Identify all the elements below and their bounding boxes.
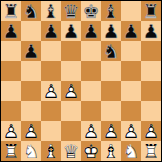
piece-fill: ♟ xyxy=(101,21,121,41)
white-bishop-icon[interactable]: ♝♗ xyxy=(101,141,121,161)
piece-outline: ♙ xyxy=(121,121,141,141)
white-pawn-icon[interactable]: ♟♙ xyxy=(61,81,81,101)
piece-fill: ♛ xyxy=(61,1,81,21)
square-a4[interactable] xyxy=(1,81,21,101)
piece-outline: ♖ xyxy=(141,141,161,161)
piece-fill: ♟ xyxy=(1,21,21,41)
square-a5[interactable] xyxy=(1,61,21,81)
piece-outline: ♙ xyxy=(1,121,21,141)
square-f2[interactable]: ♟♙ xyxy=(101,121,121,141)
square-d1[interactable]: ♛♕ xyxy=(61,141,81,161)
piece-fill: ♝ xyxy=(41,1,61,21)
square-a6[interactable] xyxy=(1,41,21,61)
white-pawn-icon[interactable]: ♟♙ xyxy=(41,81,61,101)
square-e8[interactable]: ♚ xyxy=(81,1,101,21)
piece-fill: ♟ xyxy=(81,21,101,41)
square-h6[interactable] xyxy=(141,41,161,61)
black-knight-icon[interactable]: ♞ xyxy=(101,41,121,61)
black-pawn-icon[interactable]: ♟ xyxy=(21,41,41,61)
square-g1[interactable]: ♞♘ xyxy=(121,141,141,161)
square-d6[interactable] xyxy=(61,41,81,61)
black-pawn-icon[interactable]: ♟ xyxy=(1,21,21,41)
square-e6[interactable] xyxy=(81,41,101,61)
black-rook-icon[interactable]: ♜ xyxy=(141,1,161,21)
white-rook-icon[interactable]: ♜♖ xyxy=(141,141,161,161)
black-bishop-icon[interactable]: ♝ xyxy=(101,1,121,21)
board-grid: ♜♞♝♛♚♝♜♟♟♟♟♟♟♟♟♞♟♙♟♙♟♙♟♙♟♙♟♙♟♙♟♙♜♖♞♘♝♗♛♕… xyxy=(1,1,161,161)
square-b6[interactable]: ♟ xyxy=(21,41,41,61)
piece-outline: ♙ xyxy=(21,121,41,141)
square-g8[interactable] xyxy=(121,1,141,21)
square-h2[interactable]: ♟♙ xyxy=(141,121,161,141)
square-b4[interactable] xyxy=(21,81,41,101)
square-g2[interactable]: ♟♙ xyxy=(121,121,141,141)
square-d5[interactable] xyxy=(61,61,81,81)
black-pawn-icon[interactable]: ♟ xyxy=(61,21,81,41)
square-h5[interactable] xyxy=(141,61,161,81)
piece-outline: ♕ xyxy=(61,141,81,161)
black-king-icon[interactable]: ♚ xyxy=(81,1,101,21)
white-pawn-icon[interactable]: ♟♙ xyxy=(81,121,101,141)
square-a3[interactable] xyxy=(1,101,21,121)
piece-fill: ♟ xyxy=(61,21,81,41)
square-e2[interactable]: ♟♙ xyxy=(81,121,101,141)
piece-fill: ♚ xyxy=(81,1,101,21)
piece-outline: ♙ xyxy=(101,121,121,141)
black-bishop-icon[interactable]: ♝ xyxy=(41,1,61,21)
square-g5[interactable] xyxy=(121,61,141,81)
white-pawn-icon[interactable]: ♟♙ xyxy=(121,121,141,141)
square-b2[interactable]: ♟♙ xyxy=(21,121,41,141)
square-e7[interactable]: ♟ xyxy=(81,21,101,41)
white-queen-icon[interactable]: ♛♕ xyxy=(61,141,81,161)
square-b7[interactable] xyxy=(21,21,41,41)
square-h8[interactable]: ♜ xyxy=(141,1,161,21)
piece-outline: ♗ xyxy=(101,141,121,161)
square-f8[interactable]: ♝ xyxy=(101,1,121,21)
square-d8[interactable]: ♛ xyxy=(61,1,81,21)
square-f3[interactable] xyxy=(101,101,121,121)
piece-fill: ♜ xyxy=(1,1,21,21)
square-d4[interactable]: ♟♙ xyxy=(61,81,81,101)
square-b5[interactable] xyxy=(21,61,41,81)
square-e3[interactable] xyxy=(81,101,101,121)
white-pawn-icon[interactable]: ♟♙ xyxy=(1,121,21,141)
piece-fill: ♝ xyxy=(101,1,121,21)
black-pawn-icon[interactable]: ♟ xyxy=(141,21,161,41)
black-knight-icon[interactable]: ♞ xyxy=(21,1,41,21)
piece-outline: ♘ xyxy=(21,141,41,161)
square-f5[interactable] xyxy=(101,61,121,81)
square-a2[interactable]: ♟♙ xyxy=(1,121,21,141)
white-pawn-icon[interactable]: ♟♙ xyxy=(21,121,41,141)
square-a7[interactable]: ♟ xyxy=(1,21,21,41)
square-g4[interactable] xyxy=(121,81,141,101)
square-c7[interactable]: ♟ xyxy=(41,21,61,41)
white-rook-icon[interactable]: ♜♖ xyxy=(1,141,21,161)
square-c3[interactable] xyxy=(41,101,61,121)
square-g7[interactable]: ♟ xyxy=(121,21,141,41)
square-b3[interactable] xyxy=(21,101,41,121)
square-h3[interactable] xyxy=(141,101,161,121)
square-g3[interactable] xyxy=(121,101,141,121)
square-c2[interactable] xyxy=(41,121,61,141)
black-queen-icon[interactable]: ♛ xyxy=(61,1,81,21)
white-knight-icon[interactable]: ♞♘ xyxy=(121,141,141,161)
white-bishop-icon[interactable]: ♝♗ xyxy=(41,141,61,161)
piece-outline: ♔ xyxy=(81,141,101,161)
piece-outline: ♙ xyxy=(61,81,81,101)
piece-outline: ♙ xyxy=(141,121,161,141)
square-f6[interactable]: ♞ xyxy=(101,41,121,61)
piece-fill: ♞ xyxy=(101,41,121,61)
piece-fill: ♟ xyxy=(41,21,61,41)
piece-outline: ♗ xyxy=(41,141,61,161)
white-knight-icon[interactable]: ♞♘ xyxy=(21,141,41,161)
piece-fill: ♟ xyxy=(121,21,141,41)
piece-outline: ♘ xyxy=(121,141,141,161)
black-pawn-icon[interactable]: ♟ xyxy=(101,21,121,41)
piece-fill: ♟ xyxy=(141,21,161,41)
black-pawn-icon[interactable]: ♟ xyxy=(81,21,101,41)
white-king-icon[interactable]: ♚♔ xyxy=(81,141,101,161)
square-a8[interactable]: ♜ xyxy=(1,1,21,21)
square-e4[interactable] xyxy=(81,81,101,101)
square-h4[interactable] xyxy=(141,81,161,101)
square-h1[interactable]: ♜♖ xyxy=(141,141,161,161)
square-c4[interactable]: ♟♙ xyxy=(41,81,61,101)
black-rook-icon[interactable]: ♜ xyxy=(1,1,21,21)
black-pawn-icon[interactable]: ♟ xyxy=(121,21,141,41)
piece-outline: ♙ xyxy=(81,121,101,141)
square-c8[interactable]: ♝ xyxy=(41,1,61,21)
piece-fill: ♞ xyxy=(21,1,41,21)
piece-outline: ♙ xyxy=(41,81,61,101)
square-c1[interactable]: ♝♗ xyxy=(41,141,61,161)
white-pawn-icon[interactable]: ♟♙ xyxy=(141,121,161,141)
square-f7[interactable]: ♟ xyxy=(101,21,121,41)
square-d3[interactable] xyxy=(61,101,81,121)
square-b8[interactable]: ♞ xyxy=(21,1,41,21)
square-h7[interactable]: ♟ xyxy=(141,21,161,41)
square-c6[interactable] xyxy=(41,41,61,61)
piece-fill: ♜ xyxy=(141,1,161,21)
square-d7[interactable]: ♟ xyxy=(61,21,81,41)
square-a1[interactable]: ♜♖ xyxy=(1,141,21,161)
square-f4[interactable] xyxy=(101,81,121,101)
square-g6[interactable] xyxy=(121,41,141,61)
square-e1[interactable]: ♚♔ xyxy=(81,141,101,161)
square-c5[interactable] xyxy=(41,61,61,81)
square-e5[interactable] xyxy=(81,61,101,81)
square-b1[interactable]: ♞♘ xyxy=(21,141,41,161)
chess-board: ♜♞♝♛♚♝♜♟♟♟♟♟♟♟♟♞♟♙♟♙♟♙♟♙♟♙♟♙♟♙♟♙♜♖♞♘♝♗♛♕… xyxy=(0,0,162,162)
piece-fill: ♟ xyxy=(21,41,41,61)
black-pawn-icon[interactable]: ♟ xyxy=(41,21,61,41)
piece-outline: ♖ xyxy=(1,141,21,161)
square-d2[interactable] xyxy=(61,121,81,141)
white-pawn-icon[interactable]: ♟♙ xyxy=(101,121,121,141)
square-f1[interactable]: ♝♗ xyxy=(101,141,121,161)
